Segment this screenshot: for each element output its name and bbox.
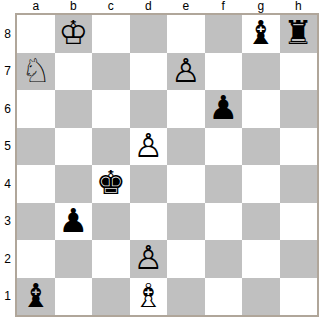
square-a4[interactable] <box>17 165 55 203</box>
chess-diagram: a b c d e f g h 8 7 6 5 4 3 2 1 ♔♝♜♘♙♟♙♚… <box>0 0 320 320</box>
chess-board: ♔♝♜♘♙♟♙♚♟♙♝♗ <box>15 13 319 317</box>
black-bishop-g8[interactable]: ♝ <box>246 16 276 49</box>
square-d1[interactable]: ♗ <box>130 278 168 316</box>
file-label-e: e <box>167 0 205 13</box>
file-label-b: b <box>55 0 93 13</box>
square-c6[interactable] <box>92 90 130 128</box>
square-c1[interactable] <box>92 278 130 316</box>
square-h4[interactable] <box>280 165 318 203</box>
square-g5[interactable] <box>242 128 280 166</box>
square-d4[interactable] <box>130 165 168 203</box>
square-b4[interactable] <box>55 165 93 203</box>
white-knight-a7[interactable]: ♘ <box>21 54 51 87</box>
square-f3[interactable] <box>205 203 243 241</box>
square-e3[interactable] <box>167 203 205 241</box>
file-label-h: h <box>280 0 318 13</box>
square-c5[interactable] <box>92 128 130 166</box>
square-a6[interactable] <box>17 90 55 128</box>
rank-label-1: 1 <box>0 278 15 316</box>
square-e5[interactable] <box>167 128 205 166</box>
black-rook-h8[interactable]: ♜ <box>283 16 313 49</box>
file-labels: a b c d e f g h <box>17 0 317 13</box>
file-label-a: a <box>17 0 55 13</box>
square-b2[interactable] <box>55 240 93 278</box>
square-c8[interactable] <box>92 15 130 53</box>
square-f2[interactable] <box>205 240 243 278</box>
square-b6[interactable] <box>55 90 93 128</box>
square-g1[interactable] <box>242 278 280 316</box>
square-a5[interactable] <box>17 128 55 166</box>
square-d5[interactable]: ♙ <box>130 128 168 166</box>
square-b8[interactable]: ♔ <box>55 15 93 53</box>
square-g3[interactable] <box>242 203 280 241</box>
square-e1[interactable] <box>167 278 205 316</box>
square-c7[interactable] <box>92 53 130 91</box>
square-f4[interactable] <box>205 165 243 203</box>
rank-label-3: 3 <box>0 203 15 241</box>
file-label-f: f <box>205 0 243 13</box>
white-pawn-d5[interactable]: ♙ <box>133 129 163 162</box>
square-b1[interactable] <box>55 278 93 316</box>
black-pawn-b3[interactable]: ♟ <box>58 204 88 237</box>
square-h8[interactable]: ♜ <box>280 15 318 53</box>
file-label-g: g <box>242 0 280 13</box>
rank-label-8: 8 <box>0 15 15 53</box>
white-pawn-e7[interactable]: ♙ <box>171 54 201 87</box>
square-h6[interactable] <box>280 90 318 128</box>
square-g8[interactable]: ♝ <box>242 15 280 53</box>
white-bishop-d1[interactable]: ♗ <box>133 279 163 312</box>
square-e7[interactable]: ♙ <box>167 53 205 91</box>
black-pawn-f6[interactable]: ♟ <box>208 91 238 124</box>
black-king-c4[interactable]: ♚ <box>96 166 126 199</box>
square-a2[interactable] <box>17 240 55 278</box>
square-b3[interactable]: ♟ <box>55 203 93 241</box>
square-a7[interactable]: ♘ <box>17 53 55 91</box>
square-b5[interactable] <box>55 128 93 166</box>
square-d8[interactable] <box>130 15 168 53</box>
rank-label-2: 2 <box>0 240 15 278</box>
white-pawn-d2[interactable]: ♙ <box>133 241 163 274</box>
square-a3[interactable] <box>17 203 55 241</box>
square-d2[interactable]: ♙ <box>130 240 168 278</box>
square-g7[interactable] <box>242 53 280 91</box>
square-e8[interactable] <box>167 15 205 53</box>
rank-label-5: 5 <box>0 128 15 166</box>
rank-label-7: 7 <box>0 53 15 91</box>
square-c2[interactable] <box>92 240 130 278</box>
file-label-c: c <box>92 0 130 13</box>
square-e2[interactable] <box>167 240 205 278</box>
square-f1[interactable] <box>205 278 243 316</box>
square-g4[interactable] <box>242 165 280 203</box>
rank-label-6: 6 <box>0 90 15 128</box>
square-d7[interactable] <box>130 53 168 91</box>
square-a1[interactable]: ♝ <box>17 278 55 316</box>
square-h3[interactable] <box>280 203 318 241</box>
square-g6[interactable] <box>242 90 280 128</box>
square-e6[interactable] <box>167 90 205 128</box>
square-c4[interactable]: ♚ <box>92 165 130 203</box>
square-d6[interactable] <box>130 90 168 128</box>
square-f5[interactable] <box>205 128 243 166</box>
square-h7[interactable] <box>280 53 318 91</box>
square-h5[interactable] <box>280 128 318 166</box>
black-bishop-a1[interactable]: ♝ <box>21 279 51 312</box>
square-d3[interactable] <box>130 203 168 241</box>
square-f8[interactable] <box>205 15 243 53</box>
rank-labels: 8 7 6 5 4 3 2 1 <box>0 15 15 315</box>
rank-label-4: 4 <box>0 165 15 203</box>
square-b7[interactable] <box>55 53 93 91</box>
square-h1[interactable] <box>280 278 318 316</box>
square-f7[interactable] <box>205 53 243 91</box>
square-h2[interactable] <box>280 240 318 278</box>
white-king-b8[interactable]: ♔ <box>58 16 88 49</box>
square-f6[interactable]: ♟ <box>205 90 243 128</box>
file-label-d: d <box>130 0 168 13</box>
square-a8[interactable] <box>17 15 55 53</box>
square-c3[interactable] <box>92 203 130 241</box>
square-g2[interactable] <box>242 240 280 278</box>
square-e4[interactable] <box>167 165 205 203</box>
